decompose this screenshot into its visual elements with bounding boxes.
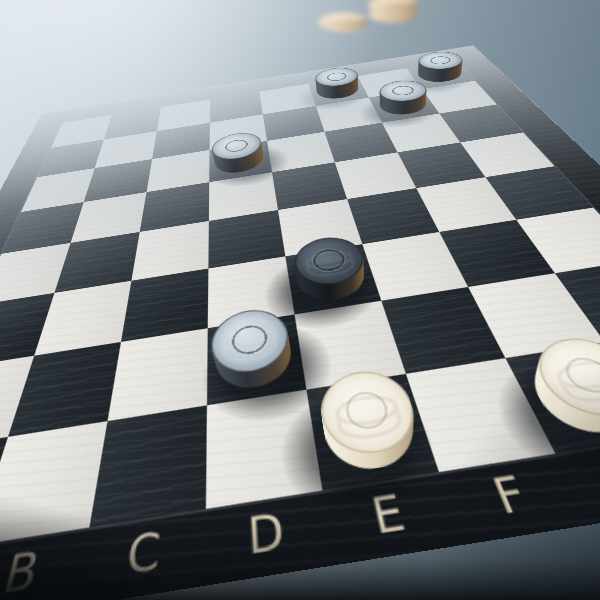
checker-black-d2[interactable]: ⛂ xyxy=(216,322,295,395)
checker-white-g1[interactable]: ⛀ xyxy=(520,352,600,441)
checker-white-e1[interactable]: ⛀ xyxy=(318,384,424,477)
checkers-board: ABCDEFGH ⛀⛀⛂⛂⛂⛂⛂⛂ xyxy=(0,46,600,600)
scene: ABCDEFGH ⛀⛀⛂⛂⛂⛂⛂⛂ xyxy=(0,0,600,600)
checker-black-e3[interactable]: ⛂ xyxy=(294,250,371,306)
captured-white-stack-2[interactable] xyxy=(368,0,418,23)
captured-white-stack-1[interactable] xyxy=(318,12,368,31)
